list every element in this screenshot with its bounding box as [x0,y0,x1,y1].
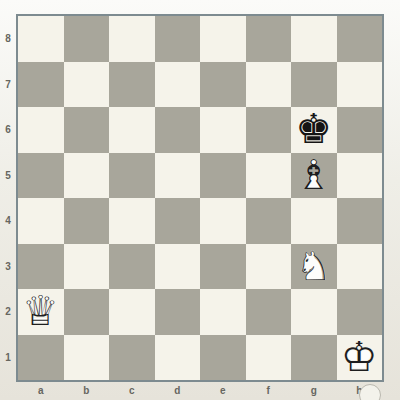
file-labels: abcdefgh [18,382,382,398]
chess-board: ♚♝♗♞♘♛♕♚♔ [16,14,384,382]
square-f8[interactable] [246,16,292,62]
rank-label-3: 3 [0,244,16,290]
piece-white-knight-g3[interactable]: ♞♘ [291,244,337,290]
square-c1[interactable] [109,335,155,381]
square-a7[interactable] [18,62,64,108]
file-label-c: c [109,382,155,398]
rank-label-1: 1 [0,335,16,381]
file-label-f: f [246,382,292,398]
square-b6[interactable] [64,107,110,153]
file-label-a: a [18,382,64,398]
rank-label-6: 6 [0,107,16,153]
square-g7[interactable] [291,62,337,108]
square-f1[interactable] [246,335,292,381]
square-a1[interactable] [18,335,64,381]
square-g8[interactable] [291,16,337,62]
square-b7[interactable] [64,62,110,108]
square-c6[interactable] [109,107,155,153]
square-e1[interactable] [200,335,246,381]
square-e4[interactable] [200,198,246,244]
square-e6[interactable] [200,107,246,153]
square-b1[interactable] [64,335,110,381]
square-g4[interactable] [291,198,337,244]
square-f6[interactable] [246,107,292,153]
square-e3[interactable] [200,244,246,290]
square-b4[interactable] [64,198,110,244]
square-h8[interactable] [337,16,383,62]
square-g1[interactable] [291,335,337,381]
square-e8[interactable] [200,16,246,62]
file-label-d: d [155,382,201,398]
rank-label-4: 4 [0,198,16,244]
rank-label-5: 5 [0,153,16,199]
square-b8[interactable] [64,16,110,62]
square-d7[interactable] [155,62,201,108]
chess-app-window: 87654321 ♚♝♗♞♘♛♕♚♔ abcdefgh [0,0,400,400]
square-f2[interactable] [246,289,292,335]
square-c3[interactable] [109,244,155,290]
square-f4[interactable] [246,198,292,244]
square-a6[interactable] [18,107,64,153]
file-label-e: e [200,382,246,398]
square-a4[interactable] [18,198,64,244]
white-knight-glyph-outline: ♘ [291,244,337,290]
piece-white-queen-a2[interactable]: ♛♕ [18,289,64,335]
square-h1[interactable]: ♚♔ [337,335,383,381]
square-h6[interactable] [337,107,383,153]
circle-button[interactable] [359,384,381,400]
square-e7[interactable] [200,62,246,108]
square-f5[interactable] [246,153,292,199]
square-h2[interactable] [337,289,383,335]
square-d8[interactable] [155,16,201,62]
piece-black-king-g6[interactable]: ♚ [291,107,337,153]
square-h3[interactable] [337,244,383,290]
square-f7[interactable] [246,62,292,108]
square-e2[interactable] [200,289,246,335]
square-f3[interactable] [246,244,292,290]
square-g3[interactable]: ♞♘ [291,244,337,290]
square-a3[interactable] [18,244,64,290]
piece-white-king-h1[interactable]: ♚♔ [337,335,383,381]
square-b3[interactable] [64,244,110,290]
square-e5[interactable] [200,153,246,199]
square-c8[interactable] [109,16,155,62]
square-a2[interactable]: ♛♕ [18,289,64,335]
square-h5[interactable] [337,153,383,199]
white-king-glyph-outline: ♔ [337,335,383,381]
rank-label-7: 7 [0,62,16,108]
white-queen-glyph-outline: ♕ [18,289,64,335]
rank-label-2: 2 [0,289,16,335]
square-g5[interactable]: ♝♗ [291,153,337,199]
square-d6[interactable] [155,107,201,153]
square-g2[interactable] [291,289,337,335]
square-c7[interactable] [109,62,155,108]
square-b2[interactable] [64,289,110,335]
square-b5[interactable] [64,153,110,199]
square-d3[interactable] [155,244,201,290]
square-c5[interactable] [109,153,155,199]
square-h7[interactable] [337,62,383,108]
square-d1[interactable] [155,335,201,381]
square-a5[interactable] [18,153,64,199]
square-g6[interactable]: ♚ [291,107,337,153]
square-d4[interactable] [155,198,201,244]
rank-label-8: 8 [0,16,16,62]
square-h4[interactable] [337,198,383,244]
square-c4[interactable] [109,198,155,244]
square-d2[interactable] [155,289,201,335]
white-bishop-glyph-outline: ♗ [291,153,337,199]
square-d5[interactable] [155,153,201,199]
piece-white-bishop-g5[interactable]: ♝♗ [291,153,337,199]
file-label-b: b [64,382,110,398]
square-a8[interactable] [18,16,64,62]
black-king-glyph: ♚ [291,107,337,153]
square-c2[interactable] [109,289,155,335]
rank-labels: 87654321 [0,16,16,380]
file-label-g: g [291,382,337,398]
